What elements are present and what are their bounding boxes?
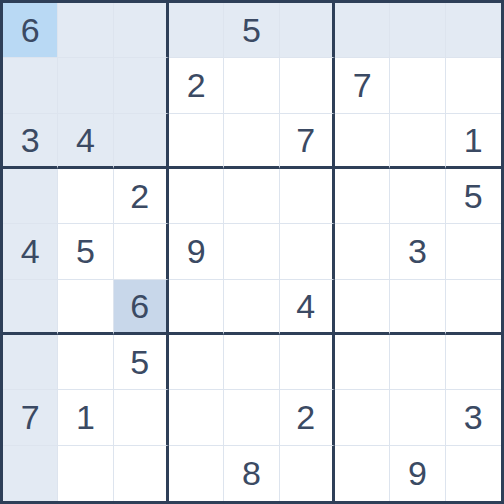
cell-r3c7[interactable] xyxy=(335,114,390,169)
cell-r5c5[interactable] xyxy=(224,224,279,279)
cell-r5c3[interactable] xyxy=(114,224,169,279)
cell-r8c5[interactable] xyxy=(224,390,279,445)
sudoku-board: 65273471254593645712389 xyxy=(0,0,504,504)
cell-r1c3[interactable] xyxy=(114,3,169,58)
cell-r6c4[interactable] xyxy=(169,280,224,335)
cell-r4c6[interactable] xyxy=(280,169,335,224)
cell-r2c5[interactable] xyxy=(224,58,279,113)
cell-r1c1[interactable]: 6 xyxy=(3,3,58,58)
cell-r1c8[interactable] xyxy=(390,3,445,58)
cell-r1c5[interactable]: 5 xyxy=(224,3,279,58)
cell-r9c2[interactable] xyxy=(58,446,113,501)
cell-r7c1[interactable] xyxy=(3,335,58,390)
cell-r4c7[interactable] xyxy=(335,169,390,224)
cell-r5c1[interactable]: 4 xyxy=(3,224,58,279)
cell-r8c2[interactable]: 1 xyxy=(58,390,113,445)
cell-r7c6[interactable] xyxy=(280,335,335,390)
cell-r3c1[interactable]: 3 xyxy=(3,114,58,169)
cell-r9c7[interactable] xyxy=(335,446,390,501)
cell-r2c3[interactable] xyxy=(114,58,169,113)
cell-r4c8[interactable] xyxy=(390,169,445,224)
cell-r1c2[interactable] xyxy=(58,3,113,58)
cell-r6c5[interactable] xyxy=(224,280,279,335)
cell-r9c8[interactable]: 9 xyxy=(390,446,445,501)
cell-r5c4[interactable]: 9 xyxy=(169,224,224,279)
cell-r6c2[interactable] xyxy=(58,280,113,335)
cell-r3c2[interactable]: 4 xyxy=(58,114,113,169)
cell-r4c3[interactable]: 2 xyxy=(114,169,169,224)
cell-r6c7[interactable] xyxy=(335,280,390,335)
cell-r3c6[interactable]: 7 xyxy=(280,114,335,169)
cell-r2c2[interactable] xyxy=(58,58,113,113)
cell-r9c1[interactable] xyxy=(3,446,58,501)
cell-r9c4[interactable] xyxy=(169,446,224,501)
cell-r8c9[interactable]: 3 xyxy=(446,390,501,445)
cell-r1c9[interactable] xyxy=(446,3,501,58)
cell-r3c8[interactable] xyxy=(390,114,445,169)
cell-r8c4[interactable] xyxy=(169,390,224,445)
cell-r5c6[interactable] xyxy=(280,224,335,279)
cell-r5c8[interactable]: 3 xyxy=(390,224,445,279)
cell-r5c7[interactable] xyxy=(335,224,390,279)
cell-r5c2[interactable]: 5 xyxy=(58,224,113,279)
cell-r2c9[interactable] xyxy=(446,58,501,113)
cell-r7c8[interactable] xyxy=(390,335,445,390)
cell-r7c4[interactable] xyxy=(169,335,224,390)
cell-r4c5[interactable] xyxy=(224,169,279,224)
cell-r4c4[interactable] xyxy=(169,169,224,224)
cell-r1c4[interactable] xyxy=(169,3,224,58)
cell-r2c1[interactable] xyxy=(3,58,58,113)
cell-r4c2[interactable] xyxy=(58,169,113,224)
cell-r9c5[interactable]: 8 xyxy=(224,446,279,501)
cell-r8c7[interactable] xyxy=(335,390,390,445)
cell-r2c4[interactable]: 2 xyxy=(169,58,224,113)
cell-r3c9[interactable]: 1 xyxy=(446,114,501,169)
cell-r3c4[interactable] xyxy=(169,114,224,169)
cell-r3c3[interactable] xyxy=(114,114,169,169)
cell-r8c1[interactable]: 7 xyxy=(3,390,58,445)
cell-r9c3[interactable] xyxy=(114,446,169,501)
cell-r6c9[interactable] xyxy=(446,280,501,335)
cell-r7c2[interactable] xyxy=(58,335,113,390)
cell-r4c9[interactable]: 5 xyxy=(446,169,501,224)
cell-r8c6[interactable]: 2 xyxy=(280,390,335,445)
cell-r7c5[interactable] xyxy=(224,335,279,390)
cell-r4c1[interactable] xyxy=(3,169,58,224)
cell-r2c6[interactable] xyxy=(280,58,335,113)
cell-r1c7[interactable] xyxy=(335,3,390,58)
cell-r7c3[interactable]: 5 xyxy=(114,335,169,390)
cell-r9c6[interactable] xyxy=(280,446,335,501)
cell-r2c7[interactable]: 7 xyxy=(335,58,390,113)
cell-r8c3[interactable] xyxy=(114,390,169,445)
cell-r7c9[interactable] xyxy=(446,335,501,390)
cell-r6c8[interactable] xyxy=(390,280,445,335)
cell-r6c6[interactable]: 4 xyxy=(280,280,335,335)
cell-r8c8[interactable] xyxy=(390,390,445,445)
cell-r6c1[interactable] xyxy=(3,280,58,335)
cell-r9c9[interactable] xyxy=(446,446,501,501)
cell-r6c3[interactable]: 6 xyxy=(114,280,169,335)
cell-r7c7[interactable] xyxy=(335,335,390,390)
cell-r3c5[interactable] xyxy=(224,114,279,169)
cell-r2c8[interactable] xyxy=(390,58,445,113)
cell-r5c9[interactable] xyxy=(446,224,501,279)
cell-r1c6[interactable] xyxy=(280,3,335,58)
